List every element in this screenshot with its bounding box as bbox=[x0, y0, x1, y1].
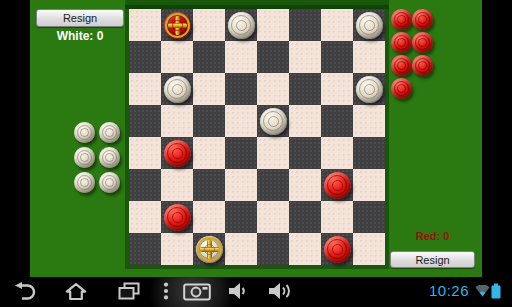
square-r5c6[interactable] bbox=[289, 137, 321, 169]
square-r6c6[interactable] bbox=[289, 169, 321, 201]
square-r6c4[interactable] bbox=[225, 169, 257, 201]
red-man-piece[interactable] bbox=[164, 204, 191, 231]
square-r3c6[interactable] bbox=[289, 73, 321, 105]
recents-icon bbox=[118, 282, 140, 300]
white-man-piece[interactable] bbox=[356, 76, 383, 103]
square-r1c5[interactable] bbox=[257, 9, 289, 41]
square-r2c5[interactable] bbox=[257, 41, 289, 73]
square-r8c7[interactable] bbox=[321, 233, 353, 265]
red-king-piece[interactable] bbox=[164, 12, 191, 39]
nav-back-button[interactable] bbox=[13, 282, 37, 300]
red-man-piece bbox=[391, 9, 412, 30]
square-r1c7[interactable] bbox=[321, 9, 353, 41]
square-r1c2[interactable] bbox=[161, 9, 193, 41]
volume-down-icon bbox=[228, 282, 248, 300]
square-r5c3[interactable] bbox=[193, 137, 225, 169]
board-shadow bbox=[125, 0, 389, 9]
square-r3c8[interactable] bbox=[353, 73, 385, 105]
square-r8c3[interactable] bbox=[193, 233, 225, 265]
square-r8c8[interactable] bbox=[353, 233, 385, 265]
square-r7c8[interactable] bbox=[353, 201, 385, 233]
menu-icon bbox=[163, 282, 169, 300]
square-r3c7[interactable] bbox=[321, 73, 353, 105]
white-man-piece[interactable] bbox=[260, 108, 287, 135]
white-man-piece[interactable] bbox=[164, 76, 191, 103]
nav-volume-down-button[interactable] bbox=[228, 282, 248, 300]
king-gold-cross bbox=[168, 23, 187, 28]
white-man-piece bbox=[99, 147, 120, 168]
red-man-piece bbox=[391, 78, 412, 99]
white-man-piece bbox=[74, 122, 95, 143]
checkers-app: Resign White: 0 Red: 0 Resign bbox=[30, 0, 482, 277]
square-r4c5[interactable] bbox=[257, 105, 289, 137]
white-man-piece[interactable] bbox=[356, 12, 383, 39]
square-r1c4[interactable] bbox=[225, 9, 257, 41]
white-man-piece[interactable] bbox=[228, 12, 255, 39]
white-resign-button[interactable]: Resign bbox=[36, 9, 124, 27]
king-gold-cross bbox=[200, 247, 219, 252]
square-r2c4[interactable] bbox=[225, 41, 257, 73]
captured-white-tray bbox=[74, 122, 121, 194]
square-r2c6[interactable] bbox=[289, 41, 321, 73]
red-man-piece bbox=[412, 32, 433, 53]
square-r3c5[interactable] bbox=[257, 73, 289, 105]
square-r6c5[interactable] bbox=[257, 169, 289, 201]
red-resign-button[interactable]: Resign bbox=[390, 251, 475, 268]
square-r4c3[interactable] bbox=[193, 105, 225, 137]
red-man-piece bbox=[412, 55, 433, 76]
red-man-piece[interactable] bbox=[324, 236, 351, 263]
square-r6c3[interactable] bbox=[193, 169, 225, 201]
square-r2c3[interactable] bbox=[193, 41, 225, 73]
red-score-label: Red: 0 bbox=[390, 230, 475, 242]
square-r8c5[interactable] bbox=[257, 233, 289, 265]
square-r8c1[interactable] bbox=[129, 233, 161, 265]
nav-screenshot-button[interactable] bbox=[183, 281, 211, 301]
square-r8c6[interactable] bbox=[289, 233, 321, 265]
back-icon bbox=[13, 282, 37, 300]
square-r8c4[interactable] bbox=[225, 233, 257, 265]
nav-menu-button[interactable] bbox=[163, 282, 169, 300]
red-man-piece bbox=[391, 32, 412, 53]
square-r7c4[interactable] bbox=[225, 201, 257, 233]
square-r7c6[interactable] bbox=[289, 201, 321, 233]
square-r2c8[interactable] bbox=[353, 41, 385, 73]
square-r4c8[interactable] bbox=[353, 105, 385, 137]
square-r4c6[interactable] bbox=[289, 105, 321, 137]
square-r7c1[interactable] bbox=[129, 201, 161, 233]
square-r8c2[interactable] bbox=[161, 233, 193, 265]
square-r1c6[interactable] bbox=[289, 9, 321, 41]
volume-up-icon bbox=[268, 281, 292, 301]
square-r6c2[interactable] bbox=[161, 169, 193, 201]
square-r2c7[interactable] bbox=[321, 41, 353, 73]
square-r5c1[interactable] bbox=[129, 137, 161, 169]
nav-home-button[interactable] bbox=[65, 282, 87, 301]
square-r4c2[interactable] bbox=[161, 105, 193, 137]
king-gold-cross bbox=[175, 16, 180, 35]
square-r7c7[interactable] bbox=[321, 201, 353, 233]
white-man-piece bbox=[74, 172, 95, 193]
square-r6c1[interactable] bbox=[129, 169, 161, 201]
red-man-piece[interactable] bbox=[324, 172, 351, 199]
square-r5c8[interactable] bbox=[353, 137, 385, 169]
square-r2c1[interactable] bbox=[129, 41, 161, 73]
battery-icon bbox=[491, 283, 501, 299]
square-r3c1[interactable] bbox=[129, 73, 161, 105]
square-r4c7[interactable] bbox=[321, 105, 353, 137]
status-clock: 10:26 bbox=[429, 282, 469, 299]
square-r3c2[interactable] bbox=[161, 73, 193, 105]
nav-volume-up-button[interactable] bbox=[268, 281, 292, 301]
android-screen: Resign White: 0 Red: 0 Resign bbox=[0, 0, 512, 307]
square-r3c3[interactable] bbox=[193, 73, 225, 105]
square-r1c1[interactable] bbox=[129, 9, 161, 41]
android-nav-bar: 10:26 bbox=[0, 277, 512, 307]
home-icon bbox=[65, 282, 87, 301]
square-r5c7[interactable] bbox=[321, 137, 353, 169]
square-r5c4[interactable] bbox=[225, 137, 257, 169]
square-r5c5[interactable] bbox=[257, 137, 289, 169]
square-r1c8[interactable] bbox=[353, 9, 385, 41]
square-r3c4[interactable] bbox=[225, 73, 257, 105]
square-r4c1[interactable] bbox=[129, 105, 161, 137]
square-r6c8[interactable] bbox=[353, 169, 385, 201]
nav-recents-button[interactable] bbox=[118, 282, 140, 300]
square-r7c2[interactable] bbox=[161, 201, 193, 233]
square-r4c4[interactable] bbox=[225, 105, 257, 137]
square-r1c3[interactable] bbox=[193, 9, 225, 41]
square-r6c7[interactable] bbox=[321, 169, 353, 201]
white-man-piece bbox=[99, 172, 120, 193]
red-man-piece bbox=[391, 55, 412, 76]
square-r7c3[interactable] bbox=[193, 201, 225, 233]
screenshot-camera-icon bbox=[183, 281, 211, 301]
wifi-icon bbox=[475, 285, 490, 297]
white-king-piece[interactable] bbox=[196, 236, 223, 263]
red-man-piece bbox=[412, 9, 433, 30]
white-score-label: White: 0 bbox=[36, 29, 124, 43]
white-man-piece bbox=[74, 147, 95, 168]
captured-red-tray bbox=[391, 9, 433, 99]
white-man-piece bbox=[99, 122, 120, 143]
square-r2c2[interactable] bbox=[161, 41, 193, 73]
checkers-board bbox=[129, 9, 385, 265]
square-r7c5[interactable] bbox=[257, 201, 289, 233]
king-gold-cross bbox=[207, 240, 212, 259]
red-man-piece[interactable] bbox=[164, 140, 191, 167]
square-r5c2[interactable] bbox=[161, 137, 193, 169]
